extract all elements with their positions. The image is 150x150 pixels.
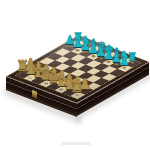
piece-contact-shadow (122, 67, 126, 68)
piece-white-rook-h1[interactable]: ♜ (70, 81, 84, 95)
pieces-layer: ♜♞♝♛♚♝♞♜♟♟♟♟♟♟♟♟♟♟♟♟♟♟♟♟♜♞♝♛♚♝♞♜ (0, 0, 150, 150)
piece-contact-shadow (130, 63, 134, 64)
piece-black-pawn-h7[interactable]: ♟ (119, 56, 130, 68)
gold-rook-icon: ♜ (70, 81, 84, 95)
turquoise-pawn-icon: ♟ (119, 56, 130, 67)
chess-set-photo: ♜♞♝♛♚♝♞♜♟♟♟♟♟♟♟♟♟♟♟♟♟♟♟♟♜♞♝♛♚♝♞♜ (0, 0, 150, 150)
